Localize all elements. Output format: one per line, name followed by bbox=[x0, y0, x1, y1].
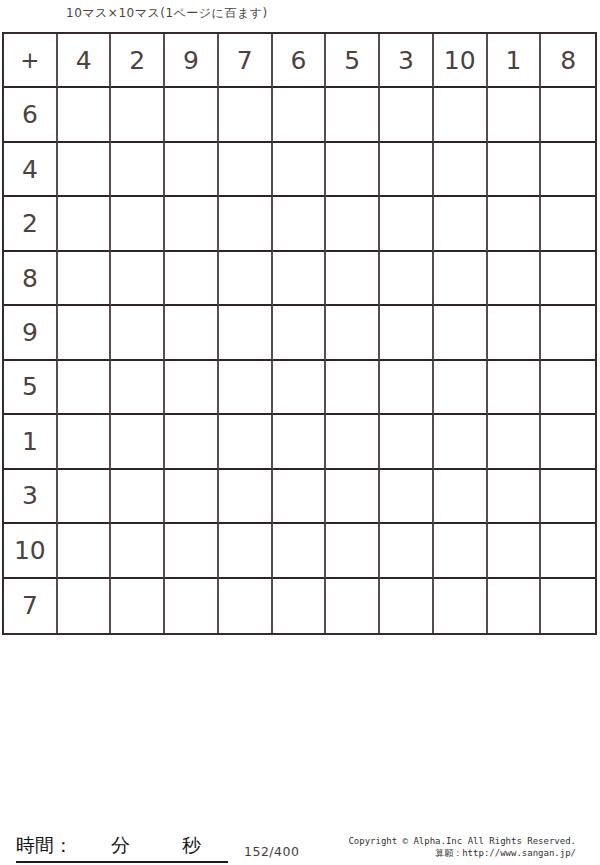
addend-row-header: 8 bbox=[4, 252, 58, 306]
answer-cell[interactable] bbox=[541, 252, 595, 306]
answer-cell[interactable] bbox=[380, 579, 434, 633]
addend-row-header: 3 bbox=[4, 470, 58, 524]
answer-cell[interactable] bbox=[58, 306, 112, 360]
addend-row-header: 4 bbox=[4, 143, 58, 197]
answer-cell[interactable] bbox=[434, 88, 488, 142]
answer-cell[interactable] bbox=[165, 470, 219, 524]
answer-cell[interactable] bbox=[380, 524, 434, 578]
addition-grid: +4297653101864289513107 bbox=[2, 32, 597, 635]
answer-cell[interactable] bbox=[273, 306, 327, 360]
operator-cell: + bbox=[4, 34, 58, 88]
answer-cell[interactable] bbox=[273, 524, 327, 578]
answer-cell[interactable] bbox=[326, 143, 380, 197]
answer-cell[interactable] bbox=[488, 88, 542, 142]
answer-cell[interactable] bbox=[273, 252, 327, 306]
addend-column-header: 4 bbox=[58, 34, 112, 88]
addend-row-header: 10 bbox=[4, 524, 58, 578]
answer-cell[interactable] bbox=[165, 361, 219, 415]
answer-cell[interactable] bbox=[219, 470, 273, 524]
answer-cell[interactable] bbox=[488, 306, 542, 360]
answer-cell[interactable] bbox=[219, 579, 273, 633]
answer-cell[interactable] bbox=[326, 306, 380, 360]
answer-cell[interactable] bbox=[541, 88, 595, 142]
answer-cell[interactable] bbox=[111, 415, 165, 469]
answer-cell[interactable] bbox=[58, 415, 112, 469]
answer-cell[interactable] bbox=[541, 143, 595, 197]
answer-cell[interactable] bbox=[273, 415, 327, 469]
answer-cell[interactable] bbox=[541, 361, 595, 415]
addend-column-header: 3 bbox=[380, 34, 434, 88]
addend-row-header: 9 bbox=[4, 306, 58, 360]
answer-cell[interactable] bbox=[434, 361, 488, 415]
answer-cell[interactable] bbox=[219, 143, 273, 197]
answer-cell[interactable] bbox=[165, 415, 219, 469]
answer-cell[interactable] bbox=[111, 306, 165, 360]
answer-cell[interactable] bbox=[326, 579, 380, 633]
answer-cell[interactable] bbox=[58, 143, 112, 197]
answer-cell[interactable] bbox=[111, 524, 165, 578]
time-entry-line: 時間： 分 秒 bbox=[16, 833, 228, 863]
answer-cell[interactable] bbox=[219, 415, 273, 469]
answer-cell[interactable] bbox=[488, 252, 542, 306]
answer-cell[interactable] bbox=[111, 361, 165, 415]
addend-row-header: 1 bbox=[4, 415, 58, 469]
answer-cell[interactable] bbox=[380, 415, 434, 469]
answer-cell[interactable] bbox=[326, 415, 380, 469]
answer-cell[interactable] bbox=[111, 197, 165, 251]
addend-column-header: 10 bbox=[434, 34, 488, 88]
answer-cell[interactable] bbox=[488, 361, 542, 415]
answer-cell[interactable] bbox=[111, 470, 165, 524]
answer-cell[interactable] bbox=[165, 306, 219, 360]
answer-cell[interactable] bbox=[58, 88, 112, 142]
answer-cell[interactable] bbox=[165, 88, 219, 142]
answer-cell[interactable] bbox=[380, 88, 434, 142]
answer-cell[interactable] bbox=[219, 361, 273, 415]
answer-cell[interactable] bbox=[219, 197, 273, 251]
answer-cell[interactable] bbox=[273, 361, 327, 415]
answer-cell[interactable] bbox=[380, 361, 434, 415]
copyright-block: Copyright © Alpha.Inc All Rights Reserve… bbox=[348, 835, 576, 859]
copyright-line: Copyright © Alpha.Inc All Rights Reserve… bbox=[348, 835, 576, 847]
answer-cell[interactable] bbox=[165, 579, 219, 633]
answer-cell[interactable] bbox=[380, 143, 434, 197]
answer-cell[interactable] bbox=[273, 197, 327, 251]
answer-cell[interactable] bbox=[165, 197, 219, 251]
page-title: 10マス×10マス(1ページに百ます) bbox=[66, 5, 268, 22]
answer-cell[interactable] bbox=[219, 88, 273, 142]
answer-cell[interactable] bbox=[219, 306, 273, 360]
answer-cell[interactable] bbox=[326, 197, 380, 251]
addend-column-header: 6 bbox=[273, 34, 327, 88]
addend-column-header: 9 bbox=[165, 34, 219, 88]
addend-row-header: 5 bbox=[4, 361, 58, 415]
answer-cell[interactable] bbox=[219, 252, 273, 306]
answer-cell[interactable] bbox=[434, 143, 488, 197]
addend-column-header: 7 bbox=[219, 34, 273, 88]
addend-column-header: 8 bbox=[541, 34, 595, 88]
answer-cell[interactable] bbox=[58, 252, 112, 306]
answer-cell[interactable] bbox=[111, 579, 165, 633]
answer-cell[interactable] bbox=[434, 470, 488, 524]
answer-cell[interactable] bbox=[58, 197, 112, 251]
addend-row-header: 7 bbox=[4, 579, 58, 633]
answer-cell[interactable] bbox=[58, 524, 112, 578]
answer-cell[interactable] bbox=[58, 470, 112, 524]
answer-cell[interactable] bbox=[434, 524, 488, 578]
answer-cell[interactable] bbox=[273, 579, 327, 633]
answer-cell[interactable] bbox=[434, 415, 488, 469]
answer-cell[interactable] bbox=[434, 579, 488, 633]
answer-cell[interactable] bbox=[111, 143, 165, 197]
answer-cell[interactable] bbox=[541, 197, 595, 251]
answer-cell[interactable] bbox=[380, 306, 434, 360]
answer-cell[interactable] bbox=[541, 524, 595, 578]
seconds-label: 秒 bbox=[182, 833, 201, 859]
answer-cell[interactable] bbox=[58, 361, 112, 415]
answer-cell[interactable] bbox=[165, 252, 219, 306]
answer-cell[interactable] bbox=[165, 143, 219, 197]
answer-cell[interactable] bbox=[541, 470, 595, 524]
answer-cell[interactable] bbox=[380, 252, 434, 306]
addend-column-header: 2 bbox=[111, 34, 165, 88]
answer-cell[interactable] bbox=[380, 470, 434, 524]
answer-cell[interactable] bbox=[488, 415, 542, 469]
answer-cell[interactable] bbox=[273, 143, 327, 197]
answer-cell[interactable] bbox=[326, 361, 380, 415]
worksheet-page: 10マス×10マス(1ページに百ます) +4297653101864289513… bbox=[0, 0, 600, 865]
answer-cell[interactable] bbox=[326, 470, 380, 524]
answer-cell[interactable] bbox=[326, 88, 380, 142]
answer-cell[interactable] bbox=[326, 252, 380, 306]
page-number: 152/400 bbox=[244, 844, 299, 859]
answer-cell[interactable] bbox=[488, 197, 542, 251]
answer-cell[interactable] bbox=[434, 197, 488, 251]
answer-cell[interactable] bbox=[273, 88, 327, 142]
addend-row-header: 2 bbox=[4, 197, 58, 251]
answer-cell[interactable] bbox=[273, 470, 327, 524]
time-label: 時間： bbox=[16, 833, 73, 859]
answer-cell[interactable] bbox=[488, 579, 542, 633]
answer-cell[interactable] bbox=[434, 306, 488, 360]
answer-cell[interactable] bbox=[541, 579, 595, 633]
addend-column-header: 1 bbox=[488, 34, 542, 88]
addend-row-header: 6 bbox=[4, 88, 58, 142]
answer-cell[interactable] bbox=[434, 252, 488, 306]
answer-cell[interactable] bbox=[488, 143, 542, 197]
answer-cell[interactable] bbox=[380, 197, 434, 251]
answer-cell[interactable] bbox=[488, 524, 542, 578]
source-url-line: 算願：http://www.sangan.jp/ bbox=[348, 847, 576, 859]
answer-cell[interactable] bbox=[111, 88, 165, 142]
answer-cell[interactable] bbox=[541, 415, 595, 469]
answer-cell[interactable] bbox=[111, 252, 165, 306]
minutes-label: 分 bbox=[111, 833, 130, 859]
answer-cell[interactable] bbox=[165, 524, 219, 578]
answer-cell[interactable] bbox=[219, 524, 273, 578]
answer-cell[interactable] bbox=[326, 524, 380, 578]
answer-cell[interactable] bbox=[541, 306, 595, 360]
answer-cell[interactable] bbox=[58, 579, 112, 633]
addend-column-header: 5 bbox=[326, 34, 380, 88]
answer-cell[interactable] bbox=[488, 470, 542, 524]
